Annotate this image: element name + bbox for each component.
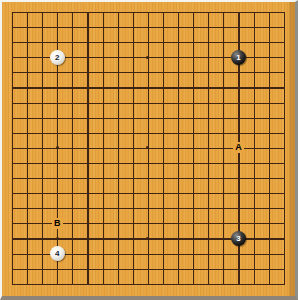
intersection-q16[interactable]: 1 bbox=[231, 50, 246, 65]
stone-number: 4 bbox=[55, 246, 59, 261]
stone-white-2[interactable]: 2 bbox=[50, 50, 65, 65]
hoshi-dot bbox=[56, 146, 59, 149]
stone-number: 2 bbox=[55, 50, 59, 65]
label-a-point[interactable]: A bbox=[231, 140, 246, 155]
hoshi-point bbox=[140, 140, 155, 155]
label-b-point[interactable]: B bbox=[50, 216, 65, 231]
hoshi-dot bbox=[146, 56, 149, 59]
point-label-b: B bbox=[52, 218, 63, 229]
hoshi-dot bbox=[146, 237, 149, 240]
stone-white-4[interactable]: 4 bbox=[50, 246, 65, 261]
hoshi-point bbox=[140, 231, 155, 246]
stone-number: 3 bbox=[236, 231, 240, 246]
hoshi-dot bbox=[146, 146, 149, 149]
hoshi-dot bbox=[56, 237, 59, 240]
hoshi-point bbox=[50, 140, 65, 155]
go-board[interactable]: AB1234 bbox=[4, 4, 291, 291]
stone-black-3[interactable]: 3 bbox=[231, 231, 246, 246]
intersection-q4[interactable]: 3 bbox=[231, 231, 246, 246]
point-label-a: A bbox=[233, 142, 244, 153]
hoshi-point bbox=[50, 231, 65, 246]
go-board-window: AB1234 bbox=[0, 0, 298, 300]
intersection-d16[interactable]: 2 bbox=[50, 50, 65, 65]
hoshi-point bbox=[140, 50, 155, 65]
stone-number: 1 bbox=[236, 50, 240, 65]
stone-black-1[interactable]: 1 bbox=[231, 50, 246, 65]
intersection-d3[interactable]: 4 bbox=[50, 246, 65, 261]
